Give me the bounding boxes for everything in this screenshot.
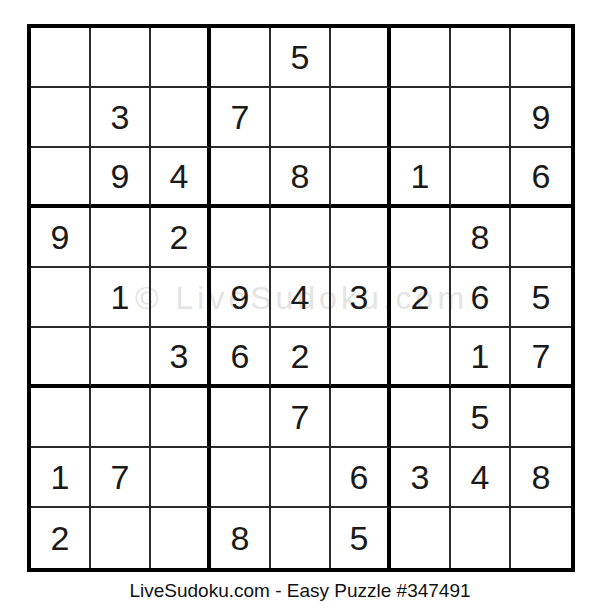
cell-r1c8[interactable] (451, 28, 511, 88)
cell-r9c7[interactable] (391, 508, 451, 568)
cell-r7c7[interactable] (391, 388, 451, 448)
cell-r8c8[interactable]: 4 (451, 448, 511, 508)
cell-r2c8[interactable] (451, 88, 511, 148)
cell-r3c5[interactable]: 8 (271, 148, 331, 208)
puzzle-caption: LiveSudoku.com - Easy Puzzle #347491 (0, 580, 600, 602)
cell-r5c2[interactable]: 1 (91, 268, 151, 328)
sudoku-grid: 53799481692819432653621775176348285 (31, 28, 571, 568)
cell-r1c9[interactable] (511, 28, 571, 88)
cell-r8c4[interactable] (211, 448, 271, 508)
sudoku-board: © LiveSudoku.com 53799481692819432653621… (27, 24, 575, 572)
cell-r6c7[interactable] (391, 328, 451, 388)
cell-r5c1[interactable] (31, 268, 91, 328)
cell-r3c9[interactable]: 6 (511, 148, 571, 208)
cell-r4c9[interactable] (511, 208, 571, 268)
cell-r3c6[interactable] (331, 148, 391, 208)
cell-r7c8[interactable]: 5 (451, 388, 511, 448)
cell-r4c3[interactable]: 2 (151, 208, 211, 268)
cell-r2c9[interactable]: 9 (511, 88, 571, 148)
cell-r3c2[interactable]: 9 (91, 148, 151, 208)
cell-r1c2[interactable] (91, 28, 151, 88)
cell-r2c1[interactable] (31, 88, 91, 148)
cell-r6c3[interactable]: 3 (151, 328, 211, 388)
cell-r1c3[interactable] (151, 28, 211, 88)
cell-r8c9[interactable]: 8 (511, 448, 571, 508)
cell-r6c1[interactable] (31, 328, 91, 388)
cell-r4c4[interactable] (211, 208, 271, 268)
cell-r9c3[interactable] (151, 508, 211, 568)
cell-r6c9[interactable]: 7 (511, 328, 571, 388)
cell-r3c8[interactable] (451, 148, 511, 208)
cell-r3c1[interactable] (31, 148, 91, 208)
cell-r4c2[interactable] (91, 208, 151, 268)
cell-r8c1[interactable]: 1 (31, 448, 91, 508)
cell-r3c3[interactable]: 4 (151, 148, 211, 208)
cell-r7c4[interactable] (211, 388, 271, 448)
cell-r4c8[interactable]: 8 (451, 208, 511, 268)
cell-r6c4[interactable]: 6 (211, 328, 271, 388)
cell-r7c5[interactable]: 7 (271, 388, 331, 448)
cell-r2c3[interactable] (151, 88, 211, 148)
cell-r9c8[interactable] (451, 508, 511, 568)
cell-r6c6[interactable] (331, 328, 391, 388)
cell-r5c8[interactable]: 6 (451, 268, 511, 328)
cell-r6c5[interactable]: 2 (271, 328, 331, 388)
cell-r5c9[interactable]: 5 (511, 268, 571, 328)
cell-r2c5[interactable] (271, 88, 331, 148)
cell-r4c6[interactable] (331, 208, 391, 268)
cell-r2c7[interactable] (391, 88, 451, 148)
cell-r2c4[interactable]: 7 (211, 88, 271, 148)
cell-r8c2[interactable]: 7 (91, 448, 151, 508)
cell-r5c3[interactable] (151, 268, 211, 328)
cell-r9c4[interactable]: 8 (211, 508, 271, 568)
cell-r8c6[interactable]: 6 (331, 448, 391, 508)
cell-r1c4[interactable] (211, 28, 271, 88)
cell-r7c3[interactable] (151, 388, 211, 448)
cell-r8c5[interactable] (271, 448, 331, 508)
cell-r8c3[interactable] (151, 448, 211, 508)
cell-r1c5[interactable]: 5 (271, 28, 331, 88)
cell-r7c6[interactable] (331, 388, 391, 448)
cell-r7c1[interactable] (31, 388, 91, 448)
cell-r1c6[interactable] (331, 28, 391, 88)
cell-r7c9[interactable] (511, 388, 571, 448)
cell-r9c6[interactable]: 5 (331, 508, 391, 568)
cell-r4c1[interactable]: 9 (31, 208, 91, 268)
cell-r2c2[interactable]: 3 (91, 88, 151, 148)
cell-r5c6[interactable]: 3 (331, 268, 391, 328)
cell-r4c5[interactable] (271, 208, 331, 268)
cell-r5c4[interactable]: 9 (211, 268, 271, 328)
sudoku-page: © LiveSudoku.com 53799481692819432653621… (0, 0, 600, 615)
cell-r9c5[interactable] (271, 508, 331, 568)
cell-r9c1[interactable]: 2 (31, 508, 91, 568)
cell-r1c1[interactable] (31, 28, 91, 88)
cell-r5c7[interactable]: 2 (391, 268, 451, 328)
cell-r4c7[interactable] (391, 208, 451, 268)
cell-r9c9[interactable] (511, 508, 571, 568)
cell-r6c8[interactable]: 1 (451, 328, 511, 388)
cell-r7c2[interactable] (91, 388, 151, 448)
cell-r5c5[interactable]: 4 (271, 268, 331, 328)
cell-r3c7[interactable]: 1 (391, 148, 451, 208)
cell-r6c2[interactable] (91, 328, 151, 388)
cell-r8c7[interactable]: 3 (391, 448, 451, 508)
cell-r3c4[interactable] (211, 148, 271, 208)
cell-r1c7[interactable] (391, 28, 451, 88)
cell-r9c2[interactable] (91, 508, 151, 568)
cell-r2c6[interactable] (331, 88, 391, 148)
